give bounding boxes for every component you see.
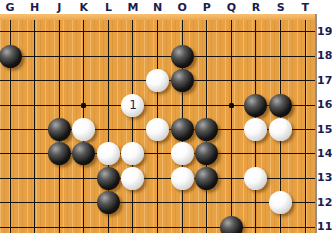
board-point-K18[interactable] bbox=[71, 44, 96, 68]
board-point-T16[interactable] bbox=[293, 93, 315, 117]
column-label-N: N bbox=[147, 1, 168, 14]
board-point-T13[interactable] bbox=[293, 166, 315, 190]
board-point-G13[interactable] bbox=[0, 166, 22, 190]
star-point-K16 bbox=[81, 103, 86, 108]
board-point-O14[interactable] bbox=[170, 142, 195, 166]
column-label-J: J bbox=[49, 1, 70, 14]
board-point-P15[interactable] bbox=[194, 117, 219, 141]
board-point-M14[interactable] bbox=[121, 142, 146, 166]
stone-black-J15[interactable] bbox=[48, 118, 71, 141]
row-label-16: 16 bbox=[317, 98, 332, 111]
stone-white-O14[interactable] bbox=[171, 142, 194, 165]
board-point-T15[interactable] bbox=[293, 117, 315, 141]
column-label-T: T bbox=[295, 1, 316, 14]
row-label-13: 13 bbox=[317, 171, 332, 184]
board-point-Q12[interactable] bbox=[219, 191, 244, 215]
board-point-K14[interactable] bbox=[71, 142, 96, 166]
board-point-R14[interactable] bbox=[244, 142, 269, 166]
board-point-P19[interactable] bbox=[194, 20, 219, 44]
board-point-S11[interactable] bbox=[268, 215, 293, 233]
board-point-J19[interactable] bbox=[47, 20, 72, 44]
stone-black-O18[interactable] bbox=[171, 45, 194, 68]
board-point-S13[interactable] bbox=[268, 166, 293, 190]
column-label-L: L bbox=[98, 1, 119, 14]
row-label-14: 14 bbox=[317, 147, 332, 160]
row-label-11: 11 bbox=[317, 220, 332, 233]
board-point-H16[interactable] bbox=[22, 93, 47, 117]
stone-black-O15[interactable] bbox=[171, 118, 194, 141]
board-point-Q17[interactable] bbox=[219, 69, 244, 93]
board-point-L15[interactable] bbox=[96, 117, 121, 141]
board-point-G16[interactable] bbox=[0, 93, 22, 117]
board-point-G11[interactable] bbox=[0, 215, 22, 233]
star-point-Q16 bbox=[229, 103, 234, 108]
board-point-H14[interactable] bbox=[22, 142, 47, 166]
board-point-T11[interactable] bbox=[293, 215, 315, 233]
board-point-R11[interactable] bbox=[244, 215, 269, 233]
board-point-N11[interactable] bbox=[145, 215, 170, 233]
board-point-L12[interactable] bbox=[96, 191, 121, 215]
column-label-S: S bbox=[270, 1, 291, 14]
board-point-M16[interactable]: 1 bbox=[121, 93, 146, 117]
board-point-G14[interactable] bbox=[0, 142, 22, 166]
board-point-R12[interactable] bbox=[244, 191, 269, 215]
board-point-S17[interactable] bbox=[268, 69, 293, 93]
board-point-G17[interactable] bbox=[0, 69, 22, 93]
board-point-N14[interactable] bbox=[145, 142, 170, 166]
stone-white-S12[interactable] bbox=[269, 191, 292, 214]
stone-black-P15[interactable] bbox=[195, 118, 218, 141]
stone-white-O13[interactable] bbox=[171, 167, 194, 190]
board-point-S15[interactable] bbox=[268, 117, 293, 141]
board-point-J11[interactable] bbox=[47, 215, 72, 233]
board-point-O13[interactable] bbox=[170, 166, 195, 190]
board-point-O18[interactable] bbox=[170, 44, 195, 68]
board-point-M15[interactable] bbox=[121, 117, 146, 141]
move-number-label: 1 bbox=[129, 99, 137, 111]
board-point-P13[interactable] bbox=[194, 166, 219, 190]
stone-white-R15[interactable] bbox=[244, 118, 267, 141]
board-point-O17[interactable] bbox=[170, 69, 195, 93]
board-point-K15[interactable] bbox=[71, 117, 96, 141]
board-point-J14[interactable] bbox=[47, 142, 72, 166]
board-point-O19[interactable] bbox=[170, 20, 195, 44]
stone-black-K14[interactable] bbox=[72, 142, 95, 165]
stone-black-P13[interactable] bbox=[195, 167, 218, 190]
board-point-R18[interactable] bbox=[244, 44, 269, 68]
stone-black-S16[interactable] bbox=[269, 94, 292, 117]
board-point-T17[interactable] bbox=[293, 69, 315, 93]
stone-white-M14[interactable] bbox=[121, 142, 144, 165]
board-point-M12[interactable] bbox=[121, 191, 146, 215]
board-point-Q14[interactable] bbox=[219, 142, 244, 166]
stone-white-N17[interactable] bbox=[146, 69, 169, 92]
row-label-15: 15 bbox=[317, 123, 332, 136]
board-grid: 1 bbox=[0, 20, 315, 233]
board-point-R15[interactable] bbox=[244, 117, 269, 141]
board-point-H19[interactable] bbox=[22, 20, 47, 44]
board-point-K19[interactable] bbox=[71, 20, 96, 44]
board-point-O11[interactable] bbox=[170, 215, 195, 233]
board-point-L19[interactable] bbox=[96, 20, 121, 44]
board-point-H12[interactable] bbox=[22, 191, 47, 215]
stone-white-N15[interactable] bbox=[146, 118, 169, 141]
board-point-J16[interactable] bbox=[47, 93, 72, 117]
board-point-K16[interactable] bbox=[71, 93, 96, 117]
board-point-N16[interactable] bbox=[145, 93, 170, 117]
column-label-K: K bbox=[73, 1, 94, 14]
board-point-M13[interactable] bbox=[121, 166, 146, 190]
board-point-R19[interactable] bbox=[244, 20, 269, 44]
board-point-Q11[interactable] bbox=[219, 215, 244, 233]
board-point-S16[interactable] bbox=[268, 93, 293, 117]
stone-white-L14[interactable] bbox=[97, 142, 120, 165]
board-point-Q13[interactable] bbox=[219, 166, 244, 190]
board-point-M11[interactable] bbox=[121, 215, 146, 233]
board-point-O12[interactable] bbox=[170, 191, 195, 215]
board-point-H18[interactable] bbox=[22, 44, 47, 68]
board-point-S14[interactable] bbox=[268, 142, 293, 166]
stone-white-K15[interactable] bbox=[72, 118, 95, 141]
column-label-Q: Q bbox=[221, 1, 242, 14]
board-point-J15[interactable] bbox=[47, 117, 72, 141]
board-point-T19[interactable] bbox=[293, 20, 315, 44]
board-point-P14[interactable] bbox=[194, 142, 219, 166]
board-point-Q18[interactable] bbox=[219, 44, 244, 68]
board-point-G18[interactable] bbox=[0, 44, 22, 68]
board-point-J13[interactable] bbox=[47, 166, 72, 190]
board-point-R17[interactable] bbox=[244, 69, 269, 93]
board-point-L11[interactable] bbox=[96, 215, 121, 233]
board-point-N18[interactable] bbox=[145, 44, 170, 68]
stone-black-Q11[interactable] bbox=[220, 216, 243, 233]
board-point-J12[interactable] bbox=[47, 191, 72, 215]
board-point-S19[interactable] bbox=[268, 20, 293, 44]
stone-black-J14[interactable] bbox=[48, 142, 71, 165]
stone-black-L12[interactable] bbox=[97, 191, 120, 214]
board-point-R16[interactable] bbox=[244, 93, 269, 117]
board-point-N17[interactable] bbox=[145, 69, 170, 93]
board-point-H15[interactable] bbox=[22, 117, 47, 141]
column-label-P: P bbox=[196, 1, 217, 14]
board-point-H13[interactable] bbox=[22, 166, 47, 190]
board-point-R13[interactable] bbox=[244, 166, 269, 190]
board-point-K13[interactable] bbox=[71, 166, 96, 190]
board-point-L17[interactable] bbox=[96, 69, 121, 93]
board-point-P12[interactable] bbox=[194, 191, 219, 215]
board-point-N15[interactable] bbox=[145, 117, 170, 141]
board-point-M19[interactable] bbox=[121, 20, 146, 44]
board-point-T18[interactable] bbox=[293, 44, 315, 68]
board-point-N19[interactable] bbox=[145, 20, 170, 44]
board-point-H17[interactable] bbox=[22, 69, 47, 93]
stone-white-R13[interactable] bbox=[244, 167, 267, 190]
column-label-R: R bbox=[246, 1, 267, 14]
board-point-J18[interactable] bbox=[47, 44, 72, 68]
go-board: 1 bbox=[0, 14, 315, 233]
row-label-18: 18 bbox=[317, 49, 332, 62]
stone-white-M13[interactable] bbox=[121, 167, 144, 190]
board-point-T12[interactable] bbox=[293, 191, 315, 215]
stone-white-S15[interactable] bbox=[269, 118, 292, 141]
column-label-G: G bbox=[0, 1, 21, 14]
board-point-M17[interactable] bbox=[121, 69, 146, 93]
stone-black-P14[interactable] bbox=[195, 142, 218, 165]
board-point-P17[interactable] bbox=[194, 69, 219, 93]
board-point-K12[interactable] bbox=[71, 191, 96, 215]
board-point-Q15[interactable] bbox=[219, 117, 244, 141]
stone-black-G18[interactable] bbox=[0, 45, 22, 68]
board-point-M18[interactable] bbox=[121, 44, 146, 68]
board-point-L14[interactable] bbox=[96, 142, 121, 166]
board-point-Q16[interactable] bbox=[219, 93, 244, 117]
board-point-J17[interactable] bbox=[47, 69, 72, 93]
row-label-17: 17 bbox=[317, 74, 332, 87]
board-point-G19[interactable] bbox=[0, 20, 22, 44]
stone-black-R16[interactable] bbox=[244, 94, 267, 117]
board-point-K11[interactable] bbox=[71, 215, 96, 233]
board-point-Q19[interactable] bbox=[219, 20, 244, 44]
board-point-G12[interactable] bbox=[0, 191, 22, 215]
stone-black-L13[interactable] bbox=[97, 167, 120, 190]
board-point-L13[interactable] bbox=[96, 166, 121, 190]
board-point-S12[interactable] bbox=[268, 191, 293, 215]
board-point-K17[interactable] bbox=[71, 69, 96, 93]
board-point-L18[interactable] bbox=[96, 44, 121, 68]
board-point-P16[interactable] bbox=[194, 93, 219, 117]
stone-white-M16[interactable]: 1 bbox=[121, 94, 144, 117]
go-app-window: GHJKLMNOPQRST 1 191817161514131211 bbox=[0, 0, 332, 233]
board-point-S18[interactable] bbox=[268, 44, 293, 68]
row-label-12: 12 bbox=[317, 196, 332, 209]
board-point-N13[interactable] bbox=[145, 166, 170, 190]
board-point-P18[interactable] bbox=[194, 44, 219, 68]
board-point-H11[interactable] bbox=[22, 215, 47, 233]
board-point-O16[interactable] bbox=[170, 93, 195, 117]
column-label-H: H bbox=[24, 1, 45, 14]
column-label-M: M bbox=[123, 1, 144, 14]
board-point-T14[interactable] bbox=[293, 142, 315, 166]
board-point-O15[interactable] bbox=[170, 117, 195, 141]
board-point-G15[interactable] bbox=[0, 117, 22, 141]
row-label-19: 19 bbox=[317, 25, 332, 38]
board-point-N12[interactable] bbox=[145, 191, 170, 215]
board-point-P11[interactable] bbox=[194, 215, 219, 233]
stone-black-O17[interactable] bbox=[171, 69, 194, 92]
board-point-L16[interactable] bbox=[96, 93, 121, 117]
column-label-O: O bbox=[172, 1, 193, 14]
